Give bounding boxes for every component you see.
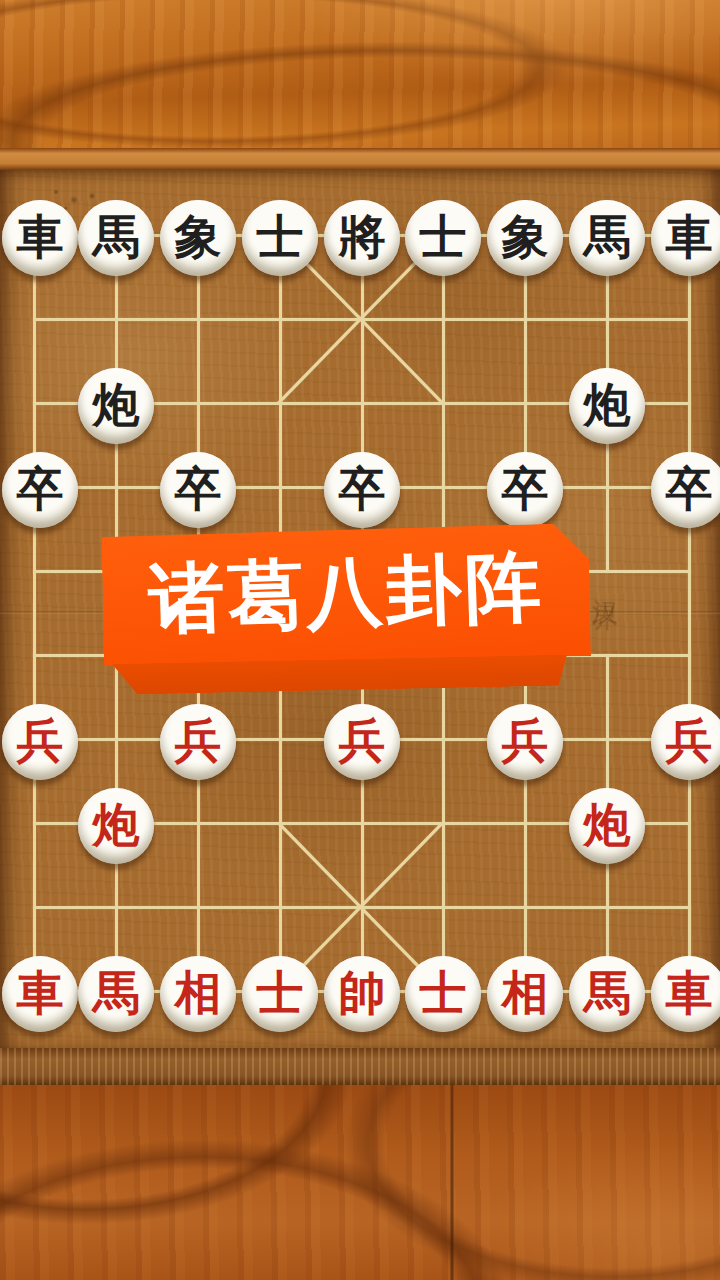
piece-red-帥-e9[interactable]: 帥 [324, 956, 400, 1032]
banner-title-text: 诸葛八卦阵 [147, 537, 545, 652]
piece-red-炮-h7[interactable]: 炮 [569, 788, 645, 864]
piece-character: 卒 [502, 451, 549, 527]
screenshot-stage: 汉界 車馬象士將士象馬車炮炮卒卒卒卒卒兵兵兵兵兵炮炮車馬相士帥士相馬車 诸葛八卦… [0, 0, 720, 1280]
piece-red-相-g9[interactable]: 相 [487, 956, 563, 1032]
piece-red-車-a9[interactable]: 車 [2, 956, 78, 1032]
piece-black-卒-c3[interactable]: 卒 [160, 452, 236, 528]
piece-character: 兵 [175, 703, 222, 779]
piece-black-卒-e3[interactable]: 卒 [324, 452, 400, 528]
piece-red-兵-a6[interactable]: 兵 [2, 704, 78, 780]
piece-character: 將 [339, 199, 386, 275]
piece-black-士-d0[interactable]: 士 [242, 200, 318, 276]
piece-character: 卒 [666, 451, 713, 527]
piece-black-車-i0[interactable]: 車 [651, 200, 720, 276]
piece-character: 象 [175, 199, 222, 275]
piece-black-士-f0[interactable]: 士 [405, 200, 481, 276]
piece-red-相-c9[interactable]: 相 [160, 956, 236, 1032]
piece-character: 車 [666, 199, 713, 275]
piece-black-車-a0[interactable]: 車 [2, 200, 78, 276]
floor-wood-background [0, 1085, 720, 1280]
piece-character: 相 [175, 955, 222, 1031]
piece-character: 車 [17, 199, 64, 275]
piece-black-象-c0[interactable]: 象 [160, 200, 236, 276]
piece-character: 帥 [339, 955, 386, 1031]
piece-character: 卒 [339, 451, 386, 527]
piece-character: 兵 [17, 703, 64, 779]
piece-character: 炮 [584, 787, 631, 863]
piece-red-車-i9[interactable]: 車 [651, 956, 720, 1032]
piece-red-兵-i6[interactable]: 兵 [651, 704, 720, 780]
board-top-bevel-edge [0, 148, 720, 170]
grid-line [688, 234, 691, 993]
piece-character: 士 [420, 199, 467, 275]
piece-red-士-d9[interactable]: 士 [242, 956, 318, 1032]
piece-character: 兵 [502, 703, 549, 779]
piece-red-兵-g6[interactable]: 兵 [487, 704, 563, 780]
piece-character: 卒 [17, 451, 64, 527]
piece-black-卒-i3[interactable]: 卒 [651, 452, 720, 528]
piece-character: 兵 [339, 703, 386, 779]
piece-black-馬-b0[interactable]: 馬 [78, 200, 154, 276]
piece-red-馬-h9[interactable]: 馬 [569, 956, 645, 1032]
piece-black-象-g0[interactable]: 象 [487, 200, 563, 276]
piece-character: 車 [666, 955, 713, 1031]
table-wood-background [0, 0, 720, 148]
piece-black-將-e0[interactable]: 將 [324, 200, 400, 276]
piece-character: 相 [502, 955, 549, 1031]
piece-character: 士 [257, 199, 304, 275]
title-banner-main: 诸葛八卦阵 [101, 523, 591, 666]
piece-red-馬-b9[interactable]: 馬 [78, 956, 154, 1032]
piece-character: 象 [502, 199, 549, 275]
piece-red-炮-b7[interactable]: 炮 [78, 788, 154, 864]
piece-character: 馬 [584, 955, 631, 1031]
piece-character: 馬 [93, 199, 140, 275]
piece-black-卒-a3[interactable]: 卒 [2, 452, 78, 528]
piece-black-馬-h0[interactable]: 馬 [569, 200, 645, 276]
piece-character: 士 [420, 955, 467, 1031]
piece-character: 兵 [666, 703, 713, 779]
piece-character: 炮 [93, 787, 140, 863]
piece-character: 士 [257, 955, 304, 1031]
grid-line [33, 234, 36, 993]
piece-character: 馬 [93, 955, 140, 1031]
piece-red-士-f9[interactable]: 士 [405, 956, 481, 1032]
piece-character: 馬 [584, 199, 631, 275]
title-banner: 诸葛八卦阵 [101, 523, 596, 698]
piece-character: 炮 [584, 367, 631, 443]
piece-black-炮-b2[interactable]: 炮 [78, 368, 154, 444]
piece-character: 車 [17, 955, 64, 1031]
board-side-edge [0, 1048, 720, 1085]
piece-black-卒-g3[interactable]: 卒 [487, 452, 563, 528]
piece-red-兵-e6[interactable]: 兵 [324, 704, 400, 780]
piece-character: 卒 [175, 451, 222, 527]
piece-red-兵-c6[interactable]: 兵 [160, 704, 236, 780]
piece-character: 炮 [93, 367, 140, 443]
piece-black-炮-h2[interactable]: 炮 [569, 368, 645, 444]
